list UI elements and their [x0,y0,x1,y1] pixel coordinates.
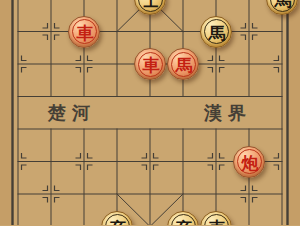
piece-red-cannon-h6[interactable]: 炮 [233,146,265,178]
piece-character-chariot: 車 [201,212,233,226]
piece-black-advisor-e1[interactable]: 士 [134,0,166,15]
piece-black-soldier-d8[interactable]: 卒 [101,211,133,226]
piece-black-horse-i1[interactable]: 馬 [266,0,298,15]
river-label-chu-he: 楚河 [48,102,96,124]
piece-character-horse: 馬 [267,0,299,16]
piece-character-chariot: 車 [135,49,167,81]
xiangqi-board: 楚河 漢界 士馬車馬車馬炮卒卒車 [0,0,300,225]
piece-character-horse: 馬 [201,17,233,49]
river-label-han-jie: 漢界 [204,102,252,124]
piece-character-horse: 馬 [168,49,200,81]
piece-black-horse-g2[interactable]: 馬 [200,16,232,48]
piece-character-chariot: 車 [69,17,101,49]
piece-character-advisor: 士 [135,0,167,16]
piece-black-chariot-g8[interactable]: 車 [200,211,232,226]
piece-black-soldier-f8[interactable]: 卒 [167,211,199,226]
piece-red-chariot-e3[interactable]: 車 [134,48,166,80]
piece-character-cannon: 炮 [234,147,266,179]
piece-red-chariot-c2[interactable]: 車 [68,16,100,48]
board-grid [0,0,300,225]
piece-character-soldier: 卒 [102,212,134,226]
piece-red-horse-f3[interactable]: 馬 [167,48,199,80]
piece-character-soldier: 卒 [168,212,200,226]
